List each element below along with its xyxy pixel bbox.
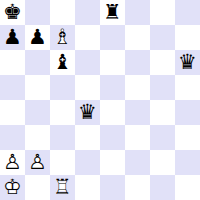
square-b7[interactable]: ♟ bbox=[25, 25, 50, 50]
piece-black-queen[interactable]: ♛ bbox=[75, 100, 100, 125]
piece-black-queen[interactable]: ♛ bbox=[175, 50, 200, 75]
piece-black-pawn[interactable]: ♟ bbox=[0, 25, 25, 50]
piece-glyph: ♚ bbox=[0, 0, 25, 25]
square-c5[interactable] bbox=[50, 75, 75, 100]
square-d3[interactable] bbox=[75, 125, 100, 150]
square-d4[interactable]: ♛ bbox=[75, 100, 100, 125]
square-h8[interactable] bbox=[175, 0, 200, 25]
piece-black-rook[interactable]: ♜ bbox=[100, 0, 125, 25]
square-c7[interactable]: ♝♗ bbox=[50, 25, 75, 50]
square-e2[interactable] bbox=[100, 150, 125, 175]
square-a2[interactable]: ♟♙ bbox=[0, 150, 25, 175]
square-c4[interactable] bbox=[50, 100, 75, 125]
square-g4[interactable] bbox=[150, 100, 175, 125]
square-e7[interactable] bbox=[100, 25, 125, 50]
piece-black-bishop[interactable]: ♝ bbox=[50, 50, 75, 75]
square-c1[interactable]: ♜♖ bbox=[50, 175, 75, 200]
square-f4[interactable] bbox=[125, 100, 150, 125]
piece-white-pawn[interactable]: ♟♙ bbox=[0, 150, 25, 175]
square-h7[interactable] bbox=[175, 25, 200, 50]
square-g5[interactable] bbox=[150, 75, 175, 100]
square-d1[interactable] bbox=[75, 175, 100, 200]
piece-glyph: ♛ bbox=[175, 50, 200, 75]
square-e5[interactable] bbox=[100, 75, 125, 100]
square-a3[interactable] bbox=[0, 125, 25, 150]
square-f1[interactable] bbox=[125, 175, 150, 200]
piece-glyph: ♜ bbox=[100, 0, 125, 25]
square-c3[interactable] bbox=[50, 125, 75, 150]
square-d6[interactable] bbox=[75, 50, 100, 75]
square-f6[interactable] bbox=[125, 50, 150, 75]
square-b2[interactable]: ♟♙ bbox=[25, 150, 50, 175]
square-f7[interactable] bbox=[125, 25, 150, 50]
square-b3[interactable] bbox=[25, 125, 50, 150]
piece-glyph: ♙ bbox=[25, 150, 50, 175]
square-f2[interactable] bbox=[125, 150, 150, 175]
piece-glyph: ♟ bbox=[25, 25, 50, 50]
square-g6[interactable] bbox=[150, 50, 175, 75]
square-a1[interactable]: ♚♔ bbox=[0, 175, 25, 200]
square-a8[interactable]: ♚ bbox=[0, 0, 25, 25]
square-h1[interactable] bbox=[175, 175, 200, 200]
square-e4[interactable] bbox=[100, 100, 125, 125]
piece-glyph: ♔ bbox=[0, 175, 25, 200]
square-g2[interactable] bbox=[150, 150, 175, 175]
square-h3[interactable] bbox=[175, 125, 200, 150]
square-g7[interactable] bbox=[150, 25, 175, 50]
square-h6[interactable]: ♛ bbox=[175, 50, 200, 75]
piece-glyph: ♙ bbox=[0, 150, 25, 175]
square-g3[interactable] bbox=[150, 125, 175, 150]
piece-white-pawn[interactable]: ♟♙ bbox=[25, 150, 50, 175]
square-g8[interactable] bbox=[150, 0, 175, 25]
piece-glyph: ♖ bbox=[50, 175, 75, 200]
piece-glyph: ♟ bbox=[0, 25, 25, 50]
square-g1[interactable] bbox=[150, 175, 175, 200]
square-b5[interactable] bbox=[25, 75, 50, 100]
square-d2[interactable] bbox=[75, 150, 100, 175]
square-e3[interactable] bbox=[100, 125, 125, 150]
square-d8[interactable] bbox=[75, 0, 100, 25]
square-f5[interactable] bbox=[125, 75, 150, 100]
square-c8[interactable] bbox=[50, 0, 75, 25]
piece-white-rook[interactable]: ♜♖ bbox=[50, 175, 75, 200]
square-a7[interactable]: ♟ bbox=[0, 25, 25, 50]
piece-white-king[interactable]: ♚♔ bbox=[0, 175, 25, 200]
square-b6[interactable] bbox=[25, 50, 50, 75]
square-f8[interactable] bbox=[125, 0, 150, 25]
piece-glyph: ♝ bbox=[50, 50, 75, 75]
chess-board: ♚♜♟♟♝♗♝♛♛♟♙♟♙♚♔♜♖ bbox=[0, 0, 200, 200]
piece-glyph: ♛ bbox=[75, 100, 100, 125]
square-e8[interactable]: ♜ bbox=[100, 0, 125, 25]
square-f3[interactable] bbox=[125, 125, 150, 150]
square-h5[interactable] bbox=[175, 75, 200, 100]
square-b8[interactable] bbox=[25, 0, 50, 25]
square-a4[interactable] bbox=[0, 100, 25, 125]
square-h4[interactable] bbox=[175, 100, 200, 125]
square-e6[interactable] bbox=[100, 50, 125, 75]
square-d7[interactable] bbox=[75, 25, 100, 50]
square-b1[interactable] bbox=[25, 175, 50, 200]
square-c2[interactable] bbox=[50, 150, 75, 175]
square-b4[interactable] bbox=[25, 100, 50, 125]
square-a5[interactable] bbox=[0, 75, 25, 100]
piece-black-pawn[interactable]: ♟ bbox=[25, 25, 50, 50]
square-h2[interactable] bbox=[175, 150, 200, 175]
piece-white-bishop[interactable]: ♝♗ bbox=[50, 25, 75, 50]
square-a6[interactable] bbox=[0, 50, 25, 75]
piece-black-king[interactable]: ♚ bbox=[0, 0, 25, 25]
piece-glyph: ♗ bbox=[50, 25, 75, 50]
square-c6[interactable]: ♝ bbox=[50, 50, 75, 75]
square-d5[interactable] bbox=[75, 75, 100, 100]
square-e1[interactable] bbox=[100, 175, 125, 200]
